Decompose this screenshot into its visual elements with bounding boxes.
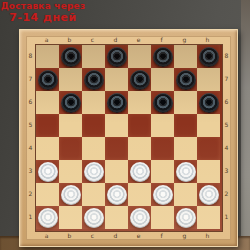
file-label-bottom-g: g [173, 231, 196, 240]
square-h5[interactable] [197, 114, 220, 137]
square-e8[interactable] [128, 45, 151, 68]
rank-label-left-1: 1 [26, 205, 35, 228]
square-h3[interactable] [197, 160, 220, 183]
white-checker-f2[interactable] [153, 185, 173, 205]
rank-label-right-6: 6 [222, 90, 231, 113]
black-checker-c7[interactable] [84, 70, 104, 90]
file-label-bottom-e: e [127, 231, 150, 240]
black-checker-h8[interactable] [199, 47, 219, 67]
black-checker-f8[interactable] [153, 47, 173, 67]
square-g5[interactable] [174, 114, 197, 137]
square-b3[interactable] [59, 160, 82, 183]
square-d6[interactable] [105, 91, 128, 114]
file-label-bottom-b: b [58, 231, 81, 240]
square-a8[interactable] [36, 45, 59, 68]
square-d8[interactable] [105, 45, 128, 68]
square-e6[interactable] [128, 91, 151, 114]
black-checker-d6[interactable] [107, 93, 127, 113]
square-b4[interactable] [59, 137, 82, 160]
rank-label-left-6: 6 [26, 90, 35, 113]
square-e5[interactable] [128, 114, 151, 137]
square-a4[interactable] [36, 137, 59, 160]
file-label-bottom-c: c [81, 231, 104, 240]
rank-label-right-8: 8 [222, 44, 231, 67]
square-f3[interactable] [151, 160, 174, 183]
rank-label-right-2: 2 [222, 182, 231, 205]
rank-label-left-8: 8 [26, 44, 35, 67]
product-photo-checkers-demo-board: aabbccddeeffgghh8877665544332211 Доставк… [0, 0, 250, 250]
square-a1[interactable] [36, 206, 59, 229]
square-f2[interactable] [151, 183, 174, 206]
square-e3[interactable] [128, 160, 151, 183]
square-c5[interactable] [82, 114, 105, 137]
black-checker-d8[interactable] [107, 47, 127, 67]
coordinate-band: aabbccddeeffgghh8877665544332211 [26, 36, 231, 240]
file-label-top-g: g [173, 36, 196, 44]
square-f8[interactable] [151, 45, 174, 68]
rank-label-right-4: 4 [222, 136, 231, 159]
square-g8[interactable] [174, 45, 197, 68]
rank-label-left-4: 4 [26, 136, 35, 159]
white-checker-c1[interactable] [84, 208, 104, 228]
delivery-badge-line1: Доставка через [0, 1, 86, 11]
white-checker-c3[interactable] [84, 162, 104, 182]
file-label-top-f: f [150, 36, 173, 44]
square-e7[interactable] [128, 68, 151, 91]
board-field [35, 44, 223, 232]
square-h8[interactable] [197, 45, 220, 68]
square-f1[interactable] [151, 206, 174, 229]
wall-corner-strip [241, 0, 250, 250]
rank-label-right-3: 3 [222, 159, 231, 182]
square-d2[interactable] [105, 183, 128, 206]
file-label-top-a: a [35, 36, 58, 44]
rank-label-left-2: 2 [26, 182, 35, 205]
square-c4[interactable] [82, 137, 105, 160]
white-checker-a1[interactable] [38, 208, 58, 228]
black-checker-h6[interactable] [199, 93, 219, 113]
square-f5[interactable] [151, 114, 174, 137]
rank-label-left-3: 3 [26, 159, 35, 182]
black-checker-b8[interactable] [61, 47, 81, 67]
square-b8[interactable] [59, 45, 82, 68]
black-checker-b6[interactable] [61, 93, 81, 113]
square-h2[interactable] [197, 183, 220, 206]
white-checker-e1[interactable] [130, 208, 150, 228]
square-c3[interactable] [82, 160, 105, 183]
rank-label-left-5: 5 [26, 113, 35, 136]
square-e1[interactable] [128, 206, 151, 229]
file-label-bottom-d: d [104, 231, 127, 240]
square-h6[interactable] [197, 91, 220, 114]
square-c8[interactable] [82, 45, 105, 68]
square-d7[interactable] [105, 68, 128, 91]
square-b6[interactable] [59, 91, 82, 114]
square-g6[interactable] [174, 91, 197, 114]
file-label-top-b: b [58, 36, 81, 44]
square-b7[interactable] [59, 68, 82, 91]
square-g2[interactable] [174, 183, 197, 206]
square-g3[interactable] [174, 160, 197, 183]
square-h1[interactable] [197, 206, 220, 229]
white-checker-d2[interactable] [107, 185, 127, 205]
white-checker-a3[interactable] [38, 162, 58, 182]
square-d3[interactable] [105, 160, 128, 183]
square-d5[interactable] [105, 114, 128, 137]
black-checker-e7[interactable] [130, 70, 150, 90]
white-checker-g1[interactable] [176, 208, 196, 228]
square-a3[interactable] [36, 160, 59, 183]
rank-label-right-7: 7 [222, 67, 231, 90]
black-checker-g7[interactable] [176, 70, 196, 90]
file-label-top-d: d [104, 36, 127, 44]
square-g4[interactable] [174, 137, 197, 160]
rank-label-left-7: 7 [26, 67, 35, 90]
square-a5[interactable] [36, 114, 59, 137]
white-checker-h2[interactable] [199, 185, 219, 205]
square-h7[interactable] [197, 68, 220, 91]
square-h4[interactable] [197, 137, 220, 160]
file-label-top-c: c [81, 36, 104, 44]
white-checker-e3[interactable] [130, 162, 150, 182]
white-checker-g3[interactable] [176, 162, 196, 182]
square-e2[interactable] [128, 183, 151, 206]
delivery-badge-line2: 7-14 дней [0, 11, 86, 24]
white-checker-b2[interactable] [61, 185, 81, 205]
square-a7[interactable] [36, 68, 59, 91]
square-d1[interactable] [105, 206, 128, 229]
square-b2[interactable] [59, 183, 82, 206]
checkers-board: aabbccddeeffgghh8877665544332211 [19, 29, 238, 247]
square-g7[interactable] [174, 68, 197, 91]
square-g1[interactable] [174, 206, 197, 229]
square-c1[interactable] [82, 206, 105, 229]
square-c7[interactable] [82, 68, 105, 91]
black-checker-f6[interactable] [153, 93, 173, 113]
square-f4[interactable] [151, 137, 174, 160]
file-label-top-e: e [127, 36, 150, 44]
square-f7[interactable] [151, 68, 174, 91]
square-e4[interactable] [128, 137, 151, 160]
square-c2[interactable] [82, 183, 105, 206]
rank-label-right-1: 1 [222, 205, 231, 228]
delivery-badge: Доставка через 7-14 дней [0, 1, 86, 24]
file-label-bottom-a: a [35, 231, 58, 240]
square-b1[interactable] [59, 206, 82, 229]
square-d4[interactable] [105, 137, 128, 160]
black-checker-a7[interactable] [38, 70, 58, 90]
square-a6[interactable] [36, 91, 59, 114]
square-f6[interactable] [151, 91, 174, 114]
square-a2[interactable] [36, 183, 59, 206]
file-label-bottom-h: h [196, 231, 219, 240]
rank-label-right-5: 5 [222, 113, 231, 136]
file-label-bottom-f: f [150, 231, 173, 240]
square-b5[interactable] [59, 114, 82, 137]
file-label-top-h: h [196, 36, 219, 44]
square-c6[interactable] [82, 91, 105, 114]
